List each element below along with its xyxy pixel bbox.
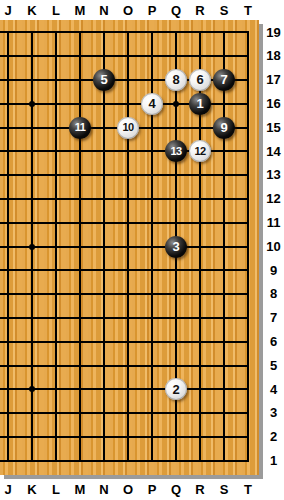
move-number: 10 <box>122 122 133 133</box>
intersection-T9[interactable] <box>236 258 259 282</box>
intersection-P6[interactable] <box>140 330 164 354</box>
intersection-T6[interactable] <box>236 330 259 354</box>
row-label-1: 1 <box>263 451 284 471</box>
intersection-K7[interactable] <box>20 306 44 330</box>
intersection-S17[interactable]: 7 <box>212 68 236 92</box>
move-number: 1 <box>196 97 203 110</box>
intersection-P11[interactable] <box>140 211 164 235</box>
intersection-K5[interactable] <box>20 354 44 378</box>
row-label-12: 12 <box>263 189 284 209</box>
intersection-J10[interactable] <box>0 235 20 259</box>
intersection-L14[interactable] <box>44 139 68 163</box>
row-label-7: 7 <box>263 308 284 328</box>
col-label-bottom-L: L <box>52 479 60 500</box>
col-label-bottom-S: S <box>220 479 229 500</box>
stone-black-move-3: 3 <box>165 236 187 258</box>
intersection-T19[interactable] <box>236 21 259 45</box>
intersection-K14[interactable] <box>20 139 44 163</box>
intersection-K2[interactable] <box>20 425 44 449</box>
intersection-L10[interactable] <box>44 235 68 259</box>
intersection-T12[interactable] <box>236 187 259 211</box>
intersection-S7[interactable] <box>212 306 236 330</box>
intersection-Q7[interactable] <box>164 306 188 330</box>
intersection-S19[interactable] <box>212 21 236 45</box>
col-label-top-O: O <box>123 0 133 20</box>
intersection-J5[interactable] <box>0 354 20 378</box>
intersection-J14[interactable] <box>0 139 20 163</box>
intersection-S8[interactable] <box>212 282 236 306</box>
intersection-P5[interactable] <box>140 354 164 378</box>
col-label-bottom-R: R <box>195 479 204 500</box>
intersection-T18[interactable] <box>236 44 259 68</box>
star-point-Q16 <box>173 101 179 107</box>
intersection-Q13[interactable] <box>164 163 188 187</box>
move-number: 4 <box>148 97 155 110</box>
col-label-bottom-Q: Q <box>171 479 181 500</box>
intersection-N16[interactable] <box>92 92 116 116</box>
go-board-screenshot: JKLMNOPQRST 58674111109131232 JKLMNOPQRS… <box>0 0 284 500</box>
intersection-R8[interactable] <box>188 282 212 306</box>
intersection-S14[interactable] <box>212 139 236 163</box>
move-number: 3 <box>172 240 179 253</box>
row-label-13: 13 <box>263 165 284 185</box>
intersection-T4[interactable] <box>236 377 259 401</box>
intersection-O3[interactable] <box>116 401 140 425</box>
intersection-R1[interactable] <box>188 449 212 473</box>
intersection-L13[interactable] <box>44 163 68 187</box>
intersection-K15[interactable] <box>20 116 44 140</box>
intersection-K11[interactable] <box>20 211 44 235</box>
intersection-J7[interactable] <box>0 306 20 330</box>
intersection-S10[interactable] <box>212 235 236 259</box>
intersection-N7[interactable] <box>92 306 116 330</box>
intersection-K19[interactable] <box>20 21 44 45</box>
intersection-R9[interactable] <box>188 258 212 282</box>
intersection-T11[interactable] <box>236 211 259 235</box>
col-label-bottom-J: J <box>4 479 11 500</box>
star-point-K16 <box>29 101 35 107</box>
intersection-M1[interactable] <box>68 449 92 473</box>
intersection-L4[interactable] <box>44 377 68 401</box>
intersection-O2[interactable] <box>116 425 140 449</box>
intersection-R17[interactable]: 6 <box>188 68 212 92</box>
intersection-P4[interactable] <box>140 377 164 401</box>
intersection-M17[interactable] <box>68 68 92 92</box>
intersection-N14[interactable] <box>92 139 116 163</box>
col-label-top-L: L <box>52 0 60 20</box>
row-label-14: 14 <box>263 142 284 162</box>
intersection-P8[interactable] <box>140 282 164 306</box>
intersection-N3[interactable] <box>92 401 116 425</box>
col-label-bottom-M: M <box>75 479 86 500</box>
intersection-O17[interactable] <box>116 68 140 92</box>
col-label-top-N: N <box>99 0 108 20</box>
intersection-O11[interactable] <box>116 211 140 235</box>
intersection-R10[interactable] <box>188 235 212 259</box>
move-number: 11 <box>75 122 86 133</box>
intersection-P12[interactable] <box>140 187 164 211</box>
intersection-P19[interactable] <box>140 21 164 45</box>
intersection-M15[interactable]: 11 <box>68 116 92 140</box>
intersection-J1[interactable] <box>0 449 20 473</box>
intersection-Q6[interactable] <box>164 330 188 354</box>
intersection-Q18[interactable] <box>164 44 188 68</box>
intersection-K12[interactable] <box>20 187 44 211</box>
intersection-N9[interactable] <box>92 258 116 282</box>
stone-white-move-10: 10 <box>117 117 139 139</box>
intersection-N18[interactable] <box>92 44 116 68</box>
intersection-Q2[interactable] <box>164 425 188 449</box>
intersection-P1[interactable] <box>140 449 164 473</box>
col-label-bottom-P: P <box>148 479 157 500</box>
intersection-M8[interactable] <box>68 282 92 306</box>
intersection-Q1[interactable] <box>164 449 188 473</box>
intersection-S6[interactable] <box>212 330 236 354</box>
intersection-T7[interactable] <box>236 306 259 330</box>
intersection-J18[interactable] <box>0 44 20 68</box>
row-label-4: 4 <box>263 380 284 400</box>
intersection-M14[interactable] <box>68 139 92 163</box>
intersection-M5[interactable] <box>68 354 92 378</box>
col-label-bottom-K: K <box>27 479 36 500</box>
row-label-10: 10 <box>263 237 284 257</box>
intersection-P17[interactable] <box>140 68 164 92</box>
col-label-top-K: K <box>27 0 36 20</box>
intersection-O6[interactable] <box>116 330 140 354</box>
intersection-O7[interactable] <box>116 306 140 330</box>
intersection-M2[interactable] <box>68 425 92 449</box>
col-label-top-P: P <box>148 0 157 20</box>
row-label-17: 17 <box>263 70 284 90</box>
intersection-P14[interactable] <box>140 139 164 163</box>
row-label-3: 3 <box>263 403 284 423</box>
intersection-Q17[interactable]: 8 <box>164 68 188 92</box>
col-label-bottom-O: O <box>123 479 133 500</box>
intersection-N12[interactable] <box>92 187 116 211</box>
col-label-top-T: T <box>244 0 252 20</box>
move-number: 6 <box>196 73 203 86</box>
stone-white-move-4: 4 <box>141 93 163 115</box>
row-label-8: 8 <box>263 284 284 304</box>
intersection-Q19[interactable] <box>164 21 188 45</box>
move-number: 9 <box>220 121 227 134</box>
intersection-S2[interactable] <box>212 425 236 449</box>
intersection-L19[interactable] <box>44 21 68 45</box>
intersection-S3[interactable] <box>212 401 236 425</box>
col-label-top-M: M <box>75 0 86 20</box>
intersection-J6[interactable] <box>0 330 20 354</box>
intersection-R15[interactable] <box>188 116 212 140</box>
intersection-Q8[interactable] <box>164 282 188 306</box>
intersection-R16[interactable]: 1 <box>188 92 212 116</box>
intersection-T14[interactable] <box>236 139 259 163</box>
intersection-L2[interactable] <box>44 425 68 449</box>
intersection-M3[interactable] <box>68 401 92 425</box>
intersection-O8[interactable] <box>116 282 140 306</box>
intersection-J3[interactable] <box>0 401 20 425</box>
row-label-9: 9 <box>263 261 284 281</box>
intersection-T10[interactable] <box>236 235 259 259</box>
intersection-O14[interactable] <box>116 139 140 163</box>
row-label-19: 19 <box>263 23 284 43</box>
column-labels-bottom: JKLMNOPQRST <box>0 479 259 500</box>
col-label-top-R: R <box>195 0 204 20</box>
row-label-5: 5 <box>263 356 284 376</box>
intersection-N8[interactable] <box>92 282 116 306</box>
intersection-J12[interactable] <box>0 187 20 211</box>
intersection-M11[interactable] <box>68 211 92 235</box>
intersection-K1[interactable] <box>20 449 44 473</box>
intersection-S18[interactable] <box>212 44 236 68</box>
intersection-K10[interactable] <box>20 235 44 259</box>
stone-white-move-6: 6 <box>189 69 211 91</box>
intersection-O15[interactable]: 10 <box>116 116 140 140</box>
row-label-16: 16 <box>263 94 284 114</box>
intersection-T3[interactable] <box>236 401 259 425</box>
intersection-O4[interactable] <box>116 377 140 401</box>
intersection-P13[interactable] <box>140 163 164 187</box>
intersection-Q12[interactable] <box>164 187 188 211</box>
intersection-L5[interactable] <box>44 354 68 378</box>
intersection-J13[interactable] <box>0 163 20 187</box>
intersection-T15[interactable] <box>236 116 259 140</box>
intersection-J2[interactable] <box>0 425 20 449</box>
intersection-K8[interactable] <box>20 282 44 306</box>
intersection-Q15[interactable] <box>164 116 188 140</box>
move-number: 13 <box>170 146 181 157</box>
intersection-T13[interactable] <box>236 163 259 187</box>
intersection-T16[interactable] <box>236 92 259 116</box>
intersection-R12[interactable] <box>188 187 212 211</box>
intersection-O10[interactable] <box>116 235 140 259</box>
intersection-N19[interactable] <box>92 21 116 45</box>
intersection-L9[interactable] <box>44 258 68 282</box>
intersection-N2[interactable] <box>92 425 116 449</box>
stone-black-move-13: 13 <box>165 140 187 162</box>
intersection-K4[interactable] <box>20 377 44 401</box>
intersection-N10[interactable] <box>92 235 116 259</box>
intersection-P9[interactable] <box>140 258 164 282</box>
intersection-Q3[interactable] <box>164 401 188 425</box>
intersection-J4[interactable] <box>0 377 20 401</box>
intersection-Q9[interactable] <box>164 258 188 282</box>
intersection-S4[interactable] <box>212 377 236 401</box>
intersection-L17[interactable] <box>44 68 68 92</box>
intersection-J17[interactable] <box>0 68 20 92</box>
intersection-O12[interactable] <box>116 187 140 211</box>
intersection-J16[interactable] <box>0 92 20 116</box>
stone-black-move-1: 1 <box>189 93 211 115</box>
intersection-R5[interactable] <box>188 354 212 378</box>
intersection-R14[interactable]: 12 <box>188 139 212 163</box>
intersection-M4[interactable] <box>68 377 92 401</box>
goban-grid: 58674111109131232 <box>0 21 259 473</box>
intersection-L6[interactable] <box>44 330 68 354</box>
intersection-P16[interactable]: 4 <box>140 92 164 116</box>
intersection-K6[interactable] <box>20 330 44 354</box>
row-label-6: 6 <box>263 332 284 352</box>
intersection-P18[interactable] <box>140 44 164 68</box>
intersection-S15[interactable]: 9 <box>212 116 236 140</box>
intersection-S5[interactable] <box>212 354 236 378</box>
intersection-T8[interactable] <box>236 282 259 306</box>
stone-white-move-2: 2 <box>165 378 187 400</box>
intersection-K16[interactable] <box>20 92 44 116</box>
goban: 58674111109131232 <box>0 20 259 475</box>
intersection-J11[interactable] <box>0 211 20 235</box>
row-label-11: 11 <box>263 213 284 233</box>
intersection-N13[interactable] <box>92 163 116 187</box>
intersection-L18[interactable] <box>44 44 68 68</box>
intersection-P7[interactable] <box>140 306 164 330</box>
intersection-L11[interactable] <box>44 211 68 235</box>
star-point-K4 <box>29 386 35 392</box>
star-point-K10 <box>29 244 35 250</box>
intersection-R3[interactable] <box>188 401 212 425</box>
intersection-M16[interactable] <box>68 92 92 116</box>
intersection-R2[interactable] <box>188 425 212 449</box>
intersection-L1[interactable] <box>44 449 68 473</box>
intersection-O18[interactable] <box>116 44 140 68</box>
intersection-O16[interactable] <box>116 92 140 116</box>
row-label-15: 15 <box>263 118 284 138</box>
row-labels-right: 19181716151413121110987654321 <box>263 0 284 500</box>
intersection-L3[interactable] <box>44 401 68 425</box>
move-number: 7 <box>220 73 227 86</box>
row-label-18: 18 <box>263 46 284 66</box>
move-number: 8 <box>172 73 179 86</box>
intersection-L7[interactable] <box>44 306 68 330</box>
intersection-K9[interactable] <box>20 258 44 282</box>
col-label-bottom-T: T <box>244 479 252 500</box>
intersection-R6[interactable] <box>188 330 212 354</box>
intersection-T17[interactable] <box>236 68 259 92</box>
intersection-M19[interactable] <box>68 21 92 45</box>
intersection-K3[interactable] <box>20 401 44 425</box>
intersection-M18[interactable] <box>68 44 92 68</box>
intersection-K17[interactable] <box>20 68 44 92</box>
intersection-N4[interactable] <box>92 377 116 401</box>
intersection-N5[interactable] <box>92 354 116 378</box>
intersection-S13[interactable] <box>212 163 236 187</box>
intersection-O19[interactable] <box>116 21 140 45</box>
intersection-T5[interactable] <box>236 354 259 378</box>
intersection-P10[interactable] <box>140 235 164 259</box>
intersection-M7[interactable] <box>68 306 92 330</box>
intersection-J9[interactable] <box>0 258 20 282</box>
stone-black-move-5: 5 <box>93 69 115 91</box>
intersection-N17[interactable]: 5 <box>92 68 116 92</box>
col-label-top-S: S <box>220 0 229 20</box>
stone-black-move-9: 9 <box>213 117 235 139</box>
intersection-T2[interactable] <box>236 425 259 449</box>
stone-black-move-11: 11 <box>69 117 91 139</box>
intersection-K18[interactable] <box>20 44 44 68</box>
col-label-top-Q: Q <box>171 0 181 20</box>
intersection-Q5[interactable] <box>164 354 188 378</box>
intersection-Q10[interactable]: 3 <box>164 235 188 259</box>
intersection-S1[interactable] <box>212 449 236 473</box>
row-label-2: 2 <box>263 427 284 447</box>
intersection-Q16[interactable] <box>164 92 188 116</box>
intersection-S12[interactable] <box>212 187 236 211</box>
intersection-M13[interactable] <box>68 163 92 187</box>
intersection-O1[interactable] <box>116 449 140 473</box>
intersection-R19[interactable] <box>188 21 212 45</box>
intersection-Q11[interactable] <box>164 211 188 235</box>
intersection-S11[interactable] <box>212 211 236 235</box>
intersection-T1[interactable] <box>236 449 259 473</box>
intersection-J8[interactable] <box>0 282 20 306</box>
intersection-L8[interactable] <box>44 282 68 306</box>
move-number: 2 <box>172 383 179 396</box>
intersection-K13[interactable] <box>20 163 44 187</box>
column-labels-top: JKLMNOPQRST <box>0 0 259 20</box>
intersection-R11[interactable] <box>188 211 212 235</box>
col-label-top-J: J <box>4 0 11 20</box>
intersection-O5[interactable] <box>116 354 140 378</box>
intersection-O13[interactable] <box>116 163 140 187</box>
intersection-N1[interactable] <box>92 449 116 473</box>
intersection-N15[interactable] <box>92 116 116 140</box>
intersection-R7[interactable] <box>188 306 212 330</box>
move-number: 5 <box>100 73 107 86</box>
stone-black-move-7: 7 <box>213 69 235 91</box>
intersection-N11[interactable] <box>92 211 116 235</box>
intersection-J15[interactable] <box>0 116 20 140</box>
intersection-R13[interactable] <box>188 163 212 187</box>
intersection-S16[interactable] <box>212 92 236 116</box>
intersection-R4[interactable] <box>188 377 212 401</box>
intersection-S9[interactable] <box>212 258 236 282</box>
intersection-L15[interactable] <box>44 116 68 140</box>
intersection-M9[interactable] <box>68 258 92 282</box>
intersection-P15[interactable] <box>140 116 164 140</box>
intersection-M10[interactable] <box>68 235 92 259</box>
intersection-L16[interactable] <box>44 92 68 116</box>
intersection-N6[interactable] <box>92 330 116 354</box>
intersection-Q14[interactable]: 13 <box>164 139 188 163</box>
intersection-P2[interactable] <box>140 425 164 449</box>
intersection-Q4[interactable]: 2 <box>164 377 188 401</box>
intersection-P3[interactable] <box>140 401 164 425</box>
move-number: 12 <box>194 146 205 157</box>
intersection-L12[interactable] <box>44 187 68 211</box>
col-label-bottom-N: N <box>99 479 108 500</box>
intersection-M6[interactable] <box>68 330 92 354</box>
intersection-J19[interactable] <box>0 21 20 45</box>
intersection-R18[interactable] <box>188 44 212 68</box>
intersection-O9[interactable] <box>116 258 140 282</box>
stone-white-move-12: 12 <box>189 140 211 162</box>
stone-white-move-8: 8 <box>165 69 187 91</box>
intersection-M12[interactable] <box>68 187 92 211</box>
